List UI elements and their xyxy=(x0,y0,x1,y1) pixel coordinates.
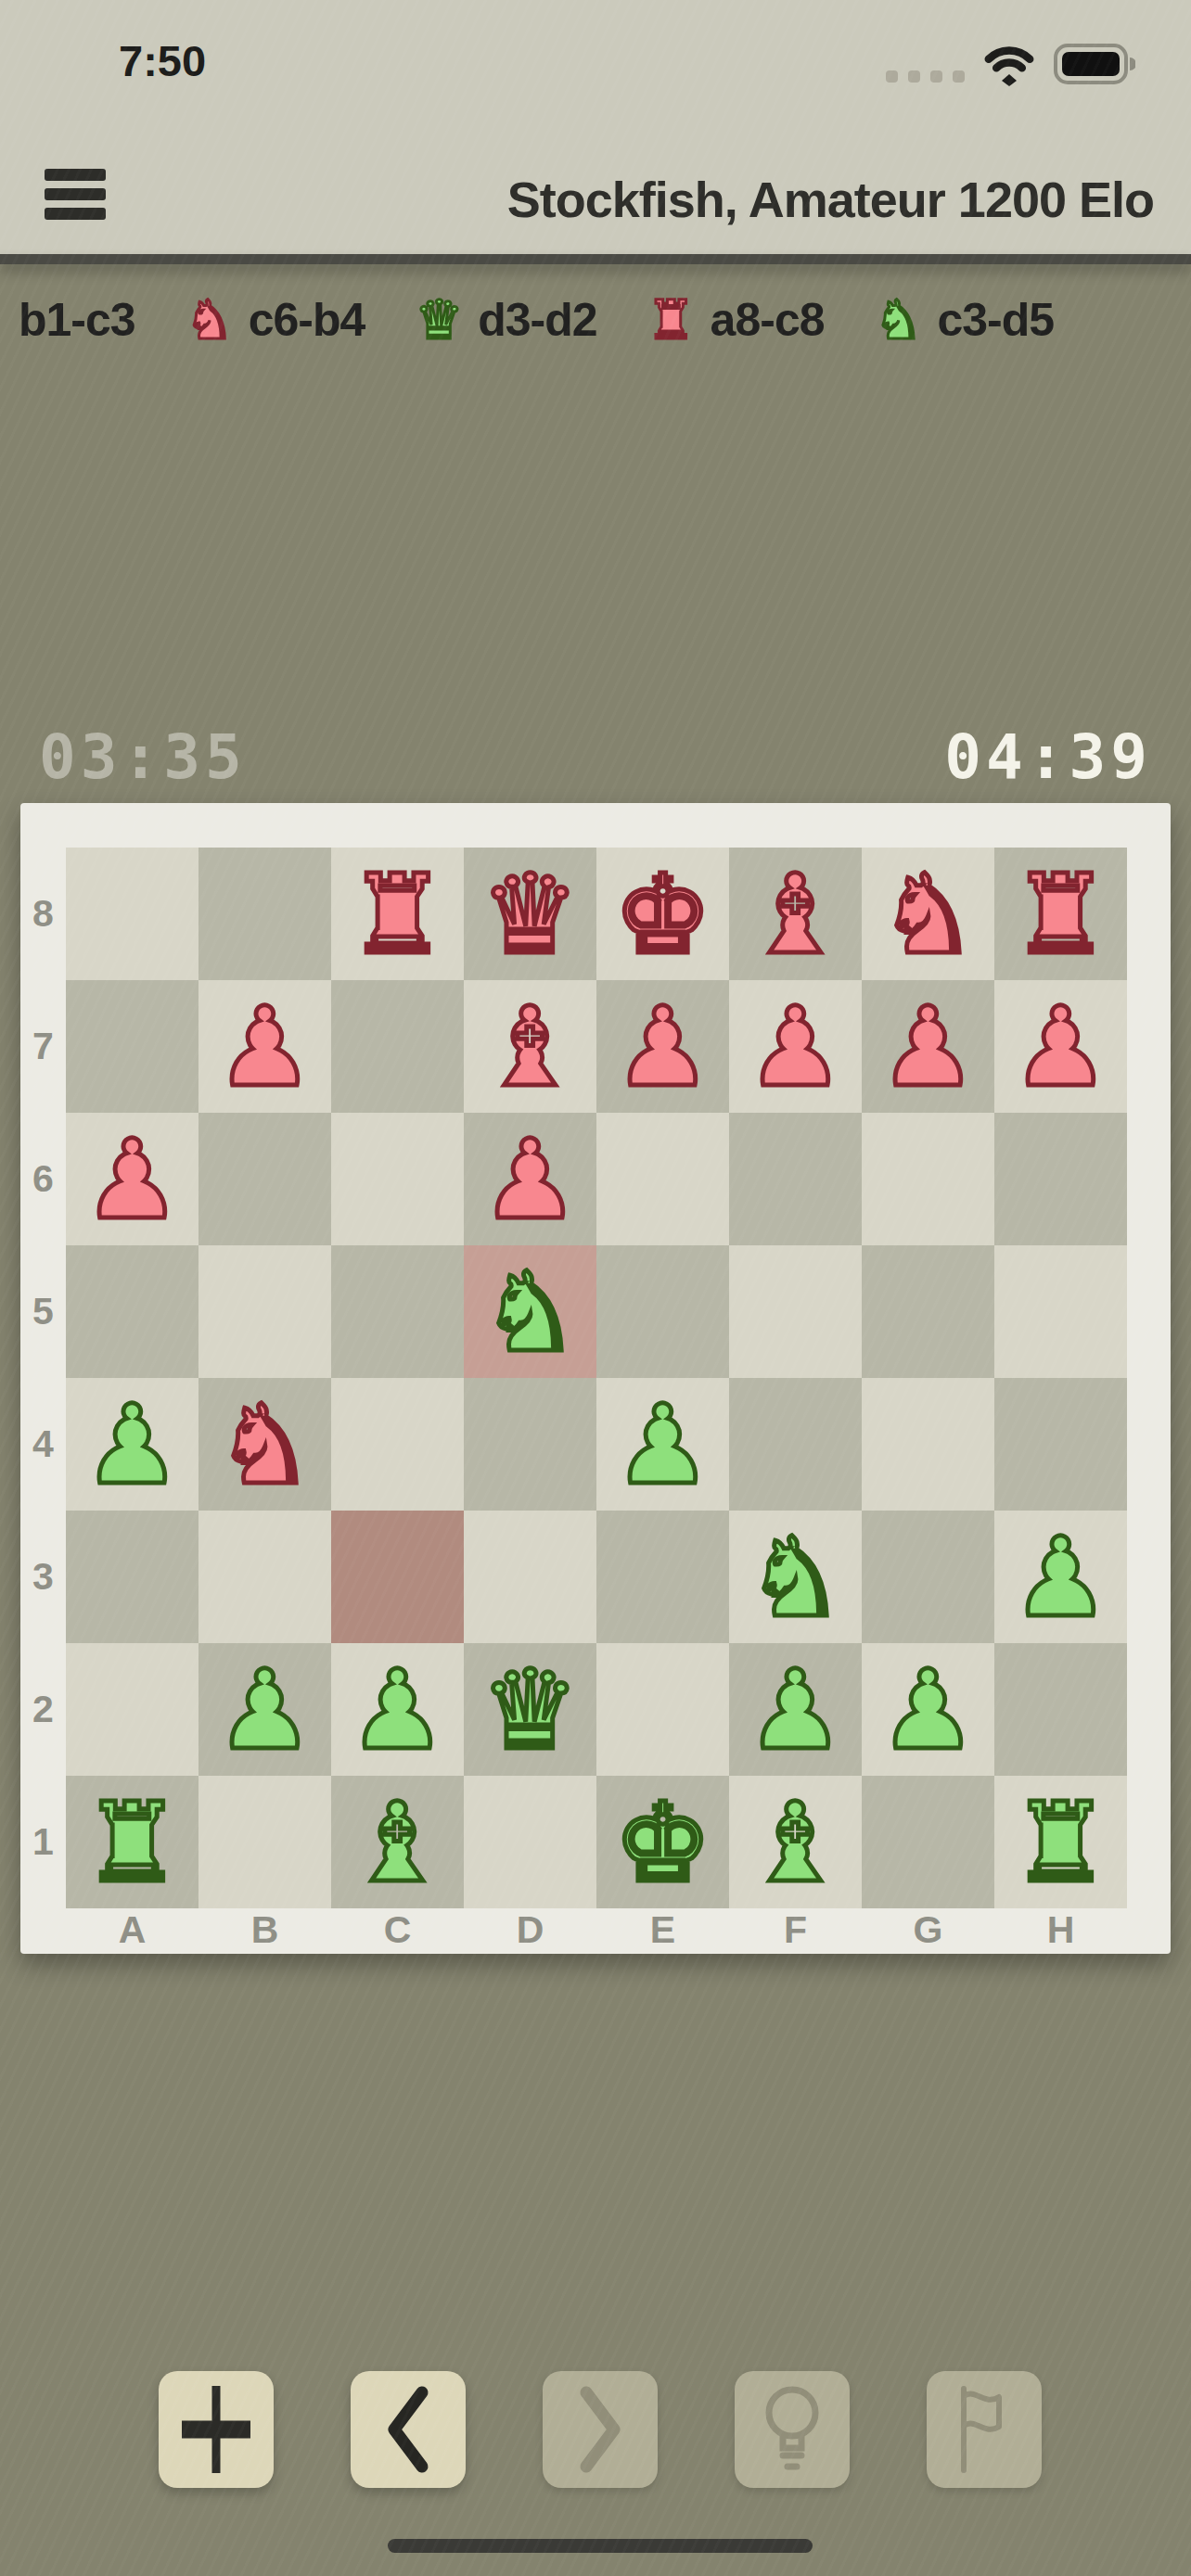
red-pawn: ♟ xyxy=(83,1125,182,1234)
square-c1[interactable]: ♝ xyxy=(331,1776,464,1908)
square-g8[interactable]: ♞ xyxy=(862,848,994,980)
move-text: b1-c3 xyxy=(19,293,135,347)
file-label-a: A xyxy=(66,1908,198,1952)
green-rook: ♜ xyxy=(1012,1788,1110,1897)
square-g6[interactable] xyxy=(862,1113,994,1245)
green-knight: ♞ xyxy=(481,1257,580,1367)
square-h1[interactable]: ♜ xyxy=(994,1776,1127,1908)
square-g3[interactable] xyxy=(862,1511,994,1643)
home-indicator[interactable] xyxy=(388,2539,813,2553)
green-bishop: ♝ xyxy=(747,1788,845,1897)
square-b2[interactable]: ♟ xyxy=(198,1643,331,1776)
green-pawn: ♟ xyxy=(879,1655,978,1765)
red-king: ♚ xyxy=(614,860,712,969)
rank-label-6: 6 xyxy=(20,1113,66,1245)
square-d3[interactable] xyxy=(464,1511,596,1643)
status-time: 7:50 xyxy=(119,35,206,86)
square-g7[interactable]: ♟ xyxy=(862,980,994,1113)
status-and-header-area: 7:50 Stockfish, Amateur 1200 Elo xyxy=(0,0,1191,254)
green-knight: ♞ xyxy=(747,1523,845,1632)
square-e2[interactable] xyxy=(596,1643,729,1776)
square-a6[interactable]: ♟ xyxy=(66,1113,198,1245)
file-label-b: B xyxy=(198,1908,331,1952)
player-clock-right: 04:39 xyxy=(944,721,1152,793)
square-g2[interactable]: ♟ xyxy=(862,1643,994,1776)
square-d1[interactable] xyxy=(464,1776,596,1908)
move-text: c6-b4 xyxy=(249,293,365,347)
square-a4[interactable]: ♟ xyxy=(66,1378,198,1511)
rank-label-2: 2 xyxy=(20,1643,66,1776)
file-label-e: E xyxy=(596,1908,729,1952)
file-labels: ABCDEFGH xyxy=(66,1908,1127,1951)
file-label-d: D xyxy=(464,1908,596,1952)
square-e5[interactable] xyxy=(596,1245,729,1378)
move-text: a8-c8 xyxy=(711,293,825,347)
red-pawn: ♟ xyxy=(614,992,712,1102)
red-rook: ♜ xyxy=(349,860,447,969)
red-rook-icon: ♜ xyxy=(647,293,696,347)
square-f7[interactable]: ♟ xyxy=(729,980,862,1113)
square-f2[interactable]: ♟ xyxy=(729,1643,862,1776)
wifi-icon xyxy=(981,41,1037,87)
green-rook: ♜ xyxy=(83,1788,182,1897)
move-text: d3-d2 xyxy=(478,293,596,347)
file-label-g: G xyxy=(862,1908,994,1952)
square-b6[interactable] xyxy=(198,1113,331,1245)
rank-label-3: 3 xyxy=(20,1511,66,1643)
rank-label-5: 5 xyxy=(20,1245,66,1378)
red-pawn: ♟ xyxy=(481,1125,580,1234)
square-d5[interactable]: ♞ xyxy=(464,1245,596,1378)
square-a8[interactable] xyxy=(66,848,198,980)
square-a3[interactable] xyxy=(66,1511,198,1643)
red-queen: ♛ xyxy=(481,860,580,969)
square-d8[interactable]: ♛ xyxy=(464,848,596,980)
square-g5[interactable] xyxy=(862,1245,994,1378)
lightbulb-icon xyxy=(759,2381,826,2478)
opponent-title: Stockfish, Amateur 1200 Elo xyxy=(507,171,1154,228)
square-h3[interactable]: ♟ xyxy=(994,1511,1127,1643)
move-item-4: ♜a8-c8 xyxy=(647,293,825,347)
move-list[interactable]: b1-c3♞c6-b4♛d3-d2♜a8-c8♞c3-d5 xyxy=(0,281,1191,359)
square-d6[interactable]: ♟ xyxy=(464,1113,596,1245)
red-pawn: ♟ xyxy=(879,992,978,1102)
square-d4[interactable] xyxy=(464,1378,596,1511)
red-bishop: ♝ xyxy=(747,860,845,969)
square-c6[interactable] xyxy=(331,1113,464,1245)
forward-button[interactable] xyxy=(543,2371,658,2488)
square-e4[interactable]: ♟ xyxy=(596,1378,729,1511)
square-h5[interactable] xyxy=(994,1245,1127,1378)
square-g4[interactable] xyxy=(862,1378,994,1511)
square-g1[interactable] xyxy=(862,1776,994,1908)
move-item-3: ♛d3-d2 xyxy=(415,293,596,347)
red-bishop: ♝ xyxy=(481,992,580,1102)
square-a5[interactable] xyxy=(66,1245,198,1378)
green-bishop: ♝ xyxy=(349,1788,447,1897)
hint-button[interactable] xyxy=(735,2371,850,2488)
square-h8[interactable]: ♜ xyxy=(994,848,1127,980)
square-e6[interactable] xyxy=(596,1113,729,1245)
square-d2[interactable]: ♛ xyxy=(464,1643,596,1776)
green-king: ♚ xyxy=(614,1788,712,1897)
square-c5[interactable] xyxy=(331,1245,464,1378)
square-h4[interactable] xyxy=(994,1378,1127,1511)
square-b5[interactable] xyxy=(198,1245,331,1378)
chevron-right-icon xyxy=(571,2383,629,2476)
square-h7[interactable]: ♟ xyxy=(994,980,1127,1113)
square-f1[interactable]: ♝ xyxy=(729,1776,862,1908)
move-item-5: ♞c3-d5 xyxy=(875,293,1055,347)
square-e1[interactable]: ♚ xyxy=(596,1776,729,1908)
menu-button[interactable] xyxy=(45,169,106,220)
green-queen-icon: ♛ xyxy=(415,293,463,347)
square-h6[interactable] xyxy=(994,1113,1127,1245)
green-pawn: ♟ xyxy=(747,1655,845,1765)
square-b1[interactable] xyxy=(198,1776,331,1908)
square-a7[interactable] xyxy=(66,980,198,1113)
green-pawn: ♟ xyxy=(216,1655,314,1765)
rank-labels: 87654321 xyxy=(20,848,66,1908)
red-rook: ♜ xyxy=(1012,860,1110,969)
square-c3[interactable] xyxy=(331,1511,464,1643)
square-f4[interactable] xyxy=(729,1378,862,1511)
square-f3[interactable]: ♞ xyxy=(729,1511,862,1643)
move-item-1: b1-c3 xyxy=(19,293,135,347)
square-f8[interactable]: ♝ xyxy=(729,848,862,980)
battery-icon xyxy=(1054,44,1135,84)
player-clock-left: 03:35 xyxy=(39,721,247,793)
flag-icon xyxy=(951,2381,1018,2478)
red-pawn: ♟ xyxy=(747,992,845,1102)
square-e7[interactable]: ♟ xyxy=(596,980,729,1113)
red-knight-icon: ♞ xyxy=(186,293,234,347)
red-knight: ♞ xyxy=(879,860,978,969)
green-queen: ♛ xyxy=(481,1655,580,1765)
rank-label-7: 7 xyxy=(20,980,66,1113)
square-c2[interactable]: ♟ xyxy=(331,1643,464,1776)
green-pawn: ♟ xyxy=(349,1655,447,1765)
square-a1[interactable]: ♜ xyxy=(66,1776,198,1908)
file-label-h: H xyxy=(994,1908,1127,1952)
move-item-2: ♞c6-b4 xyxy=(186,293,365,347)
square-b3[interactable] xyxy=(198,1511,331,1643)
green-pawn: ♟ xyxy=(83,1390,182,1499)
rank-label-1: 1 xyxy=(20,1776,66,1908)
square-a2[interactable] xyxy=(66,1643,198,1776)
status-icons xyxy=(886,41,1135,87)
file-label-f: F xyxy=(729,1908,862,1952)
square-b4[interactable]: ♞ xyxy=(198,1378,331,1511)
square-f6[interactable] xyxy=(729,1113,862,1245)
new-game-button[interactable] xyxy=(159,2371,274,2488)
bottom-toolbar xyxy=(159,2371,1042,2488)
green-knight-icon: ♞ xyxy=(875,293,923,347)
plus-icon xyxy=(170,2378,263,2480)
rank-label-8: 8 xyxy=(20,848,66,980)
resign-button[interactable] xyxy=(927,2371,1042,2488)
square-d7[interactable]: ♝ xyxy=(464,980,596,1113)
red-pawn: ♟ xyxy=(216,992,314,1102)
rank-label-4: 4 xyxy=(20,1378,66,1511)
square-h2[interactable] xyxy=(994,1643,1127,1776)
red-pawn: ♟ xyxy=(1012,992,1110,1102)
square-b8[interactable] xyxy=(198,848,331,980)
square-c4[interactable] xyxy=(331,1378,464,1511)
square-f5[interactable] xyxy=(729,1245,862,1378)
chess-app-screen: { "game": "chess", "status_bar": { "time… xyxy=(0,0,1191,2576)
cellular-signal-icon xyxy=(886,70,965,83)
square-c7[interactable] xyxy=(331,980,464,1113)
square-b7[interactable]: ♟ xyxy=(198,980,331,1113)
green-pawn: ♟ xyxy=(1012,1523,1110,1632)
chevron-left-icon xyxy=(379,2383,437,2476)
file-label-c: C xyxy=(331,1908,464,1952)
chess-board: 87654321 ♜♛♚♝♞♜♟♝♟♟♟♟♟♟♞♟♞♟♞♟♟♟♛♟♟♜♝♚♝♜ … xyxy=(20,803,1171,1954)
square-c8[interactable]: ♜ xyxy=(331,848,464,980)
square-e8[interactable]: ♚ xyxy=(596,848,729,980)
red-knight: ♞ xyxy=(216,1390,314,1499)
square-e3[interactable] xyxy=(596,1511,729,1643)
back-button[interactable] xyxy=(351,2371,466,2488)
header-divider xyxy=(0,254,1191,264)
green-pawn: ♟ xyxy=(614,1390,712,1499)
move-text: c3-d5 xyxy=(938,293,1055,347)
board-grid: ♜♛♚♝♞♜♟♝♟♟♟♟♟♟♞♟♞♟♞♟♟♟♛♟♟♜♝♚♝♜ xyxy=(66,848,1127,1908)
